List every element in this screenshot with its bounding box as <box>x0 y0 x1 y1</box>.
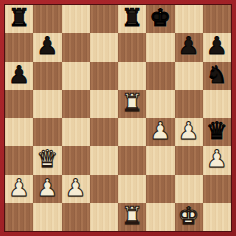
piece-black-pawn[interactable]: ♟ <box>37 34 59 58</box>
piece-black-pawn[interactable]: ♟ <box>206 34 228 58</box>
square-f7[interactable] <box>146 33 174 61</box>
square-b5[interactable] <box>33 90 61 118</box>
square-e2[interactable] <box>118 175 146 203</box>
piece-black-queen[interactable]: ♛ <box>206 119 228 143</box>
square-d2[interactable] <box>90 175 118 203</box>
piece-black-rook[interactable]: ♜ <box>121 6 143 30</box>
piece-black-knight[interactable]: ♞ <box>206 63 228 87</box>
square-c8[interactable] <box>62 5 90 33</box>
square-d8[interactable] <box>90 5 118 33</box>
square-e5[interactable]: ♜ <box>118 90 146 118</box>
square-f5[interactable] <box>146 90 174 118</box>
square-e1[interactable]: ♜ <box>118 203 146 231</box>
square-d3[interactable] <box>90 146 118 174</box>
square-g5[interactable] <box>175 90 203 118</box>
square-h8[interactable] <box>203 5 231 33</box>
square-g4[interactable]: ♟ <box>175 118 203 146</box>
square-e4[interactable] <box>118 118 146 146</box>
square-g1[interactable]: ♚ <box>175 203 203 231</box>
square-d5[interactable] <box>90 90 118 118</box>
square-g8[interactable] <box>175 5 203 33</box>
square-c5[interactable] <box>62 90 90 118</box>
square-a4[interactable] <box>5 118 33 146</box>
square-h1[interactable] <box>203 203 231 231</box>
square-d4[interactable] <box>90 118 118 146</box>
square-f4[interactable]: ♟ <box>146 118 174 146</box>
square-g6[interactable] <box>175 62 203 90</box>
square-e6[interactable] <box>118 62 146 90</box>
piece-black-rook[interactable]: ♜ <box>8 6 30 30</box>
piece-white-pawn[interactable]: ♟ <box>178 119 200 143</box>
piece-white-pawn[interactable]: ♟ <box>37 176 59 200</box>
piece-white-pawn[interactable]: ♟ <box>8 176 30 200</box>
square-h7[interactable]: ♟ <box>203 33 231 61</box>
piece-white-pawn[interactable]: ♟ <box>206 147 228 171</box>
board-frame: ♜♜♚♟♟♟♟♞♜♟♟♛♛♟♟♟♟♜♚ <box>0 0 236 236</box>
square-a5[interactable] <box>5 90 33 118</box>
square-c7[interactable] <box>62 33 90 61</box>
square-a2[interactable]: ♟ <box>5 175 33 203</box>
piece-white-queen[interactable]: ♛ <box>37 147 59 171</box>
square-a1[interactable] <box>5 203 33 231</box>
square-h5[interactable] <box>203 90 231 118</box>
square-h4[interactable]: ♛ <box>203 118 231 146</box>
piece-black-pawn[interactable]: ♟ <box>178 34 200 58</box>
piece-white-pawn[interactable]: ♟ <box>65 176 87 200</box>
square-h2[interactable] <box>203 175 231 203</box>
square-b2[interactable]: ♟ <box>33 175 61 203</box>
square-c1[interactable] <box>62 203 90 231</box>
square-f3[interactable] <box>146 146 174 174</box>
square-b8[interactable] <box>33 5 61 33</box>
square-g2[interactable] <box>175 175 203 203</box>
piece-white-rook[interactable]: ♜ <box>121 204 143 228</box>
square-c6[interactable] <box>62 62 90 90</box>
piece-white-pawn[interactable]: ♟ <box>150 119 172 143</box>
piece-white-king[interactable]: ♚ <box>178 204 200 228</box>
square-h6[interactable]: ♞ <box>203 62 231 90</box>
square-b1[interactable] <box>33 203 61 231</box>
square-g3[interactable] <box>175 146 203 174</box>
square-f1[interactable] <box>146 203 174 231</box>
square-a8[interactable]: ♜ <box>5 5 33 33</box>
square-e3[interactable] <box>118 146 146 174</box>
square-d7[interactable] <box>90 33 118 61</box>
piece-black-pawn[interactable]: ♟ <box>8 63 30 87</box>
square-f6[interactable] <box>146 62 174 90</box>
piece-white-rook[interactable]: ♜ <box>121 91 143 115</box>
square-a3[interactable] <box>5 146 33 174</box>
piece-black-king[interactable]: ♚ <box>150 6 172 30</box>
square-a6[interactable]: ♟ <box>5 62 33 90</box>
chess-board: ♜♜♚♟♟♟♟♞♜♟♟♛♛♟♟♟♟♜♚ <box>5 5 231 231</box>
square-c4[interactable] <box>62 118 90 146</box>
square-e7[interactable] <box>118 33 146 61</box>
square-b6[interactable] <box>33 62 61 90</box>
square-b7[interactable]: ♟ <box>33 33 61 61</box>
square-d6[interactable] <box>90 62 118 90</box>
square-e8[interactable]: ♜ <box>118 5 146 33</box>
square-c2[interactable]: ♟ <box>62 175 90 203</box>
square-a7[interactable] <box>5 33 33 61</box>
square-g7[interactable]: ♟ <box>175 33 203 61</box>
square-c3[interactable] <box>62 146 90 174</box>
square-d1[interactable] <box>90 203 118 231</box>
square-f8[interactable]: ♚ <box>146 5 174 33</box>
square-b3[interactable]: ♛ <box>33 146 61 174</box>
square-f2[interactable] <box>146 175 174 203</box>
square-b4[interactable] <box>33 118 61 146</box>
square-h3[interactable]: ♟ <box>203 146 231 174</box>
